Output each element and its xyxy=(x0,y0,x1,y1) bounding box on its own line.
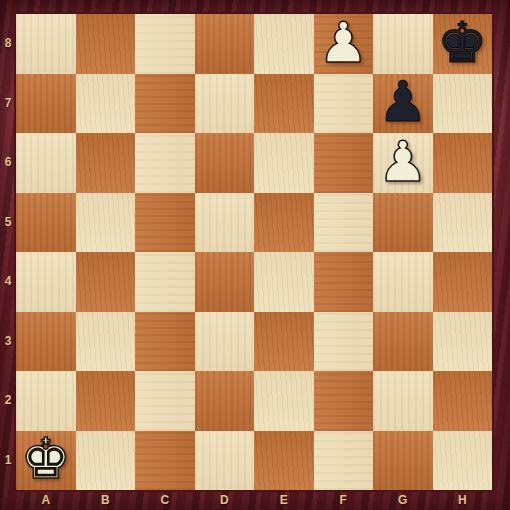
square-g2[interactable] xyxy=(373,371,433,431)
square-c4[interactable] xyxy=(135,252,195,312)
square-b8[interactable] xyxy=(76,14,136,74)
square-e6[interactable] xyxy=(254,133,314,193)
square-b2[interactable] xyxy=(76,371,136,431)
square-c7[interactable] xyxy=(135,74,195,134)
square-d3[interactable] xyxy=(195,312,255,372)
square-a2[interactable] xyxy=(16,371,76,431)
square-a5[interactable] xyxy=(16,193,76,253)
piece-white-king[interactable]: ♚ xyxy=(21,431,71,487)
file-label-a: A xyxy=(16,490,76,510)
square-f3[interactable] xyxy=(314,312,374,372)
rank-label-3: 3 xyxy=(0,312,16,372)
square-h6[interactable] xyxy=(433,133,493,193)
square-e8[interactable] xyxy=(254,14,314,74)
file-label-g: G xyxy=(373,490,433,510)
square-b1[interactable] xyxy=(76,431,136,491)
rank-label-6: 6 xyxy=(0,133,16,193)
square-d1[interactable] xyxy=(195,431,255,491)
file-label-b: B xyxy=(76,490,136,510)
square-b3[interactable] xyxy=(76,312,136,372)
square-b4[interactable] xyxy=(76,252,136,312)
square-c5[interactable] xyxy=(135,193,195,253)
square-a6[interactable] xyxy=(16,133,76,193)
square-f7[interactable] xyxy=(314,74,374,134)
square-c2[interactable] xyxy=(135,371,195,431)
square-d2[interactable] xyxy=(195,371,255,431)
square-a4[interactable] xyxy=(16,252,76,312)
square-c8[interactable] xyxy=(135,14,195,74)
piece-white-pawn[interactable]: ♟ xyxy=(318,15,368,71)
square-b6[interactable] xyxy=(76,133,136,193)
piece-black-king[interactable]: ♚ xyxy=(437,15,487,71)
square-b7[interactable] xyxy=(76,74,136,134)
square-e3[interactable] xyxy=(254,312,314,372)
square-g3[interactable] xyxy=(373,312,433,372)
square-f2[interactable] xyxy=(314,371,374,431)
square-f5[interactable] xyxy=(314,193,374,253)
rank-label-4: 4 xyxy=(0,252,16,312)
square-g7[interactable]: ♟ xyxy=(373,74,433,134)
square-e5[interactable] xyxy=(254,193,314,253)
square-h4[interactable] xyxy=(433,252,493,312)
file-label-e: E xyxy=(254,490,314,510)
square-d6[interactable] xyxy=(195,133,255,193)
file-label-d: D xyxy=(195,490,255,510)
square-e1[interactable] xyxy=(254,431,314,491)
square-g8[interactable] xyxy=(373,14,433,74)
square-c1[interactable] xyxy=(135,431,195,491)
file-label-f: F xyxy=(314,490,374,510)
square-g6[interactable]: ♟ xyxy=(373,133,433,193)
square-h8[interactable]: ♚ xyxy=(433,14,493,74)
square-d4[interactable] xyxy=(195,252,255,312)
square-e2[interactable] xyxy=(254,371,314,431)
square-f6[interactable] xyxy=(314,133,374,193)
chess-board: ♟♚♟♟♚ xyxy=(16,14,492,490)
rank-label-7: 7 xyxy=(0,74,16,134)
square-f4[interactable] xyxy=(314,252,374,312)
file-label-h: H xyxy=(433,490,493,510)
square-e7[interactable] xyxy=(254,74,314,134)
square-c6[interactable] xyxy=(135,133,195,193)
square-f8[interactable]: ♟ xyxy=(314,14,374,74)
square-d7[interactable] xyxy=(195,74,255,134)
piece-white-pawn[interactable]: ♟ xyxy=(378,134,428,190)
file-label-c: C xyxy=(135,490,195,510)
rank-label-5: 5 xyxy=(0,193,16,253)
rank-label-2: 2 xyxy=(0,371,16,431)
square-h2[interactable] xyxy=(433,371,493,431)
piece-black-pawn[interactable]: ♟ xyxy=(378,74,428,130)
square-d8[interactable] xyxy=(195,14,255,74)
square-h5[interactable] xyxy=(433,193,493,253)
square-a7[interactable] xyxy=(16,74,76,134)
square-a8[interactable] xyxy=(16,14,76,74)
square-a1[interactable]: ♚ xyxy=(16,431,76,491)
square-g4[interactable] xyxy=(373,252,433,312)
square-b5[interactable] xyxy=(76,193,136,253)
board-frame: ♟♚♟♟♚ 87654321 ABCDEFGH xyxy=(0,0,510,510)
square-g1[interactable] xyxy=(373,431,433,491)
square-e4[interactable] xyxy=(254,252,314,312)
square-c3[interactable] xyxy=(135,312,195,372)
square-a3[interactable] xyxy=(16,312,76,372)
rank-label-1: 1 xyxy=(0,431,16,491)
square-d5[interactable] xyxy=(195,193,255,253)
square-h7[interactable] xyxy=(433,74,493,134)
square-h1[interactable] xyxy=(433,431,493,491)
rank-label-8: 8 xyxy=(0,14,16,74)
square-f1[interactable] xyxy=(314,431,374,491)
square-h3[interactable] xyxy=(433,312,493,372)
square-g5[interactable] xyxy=(373,193,433,253)
